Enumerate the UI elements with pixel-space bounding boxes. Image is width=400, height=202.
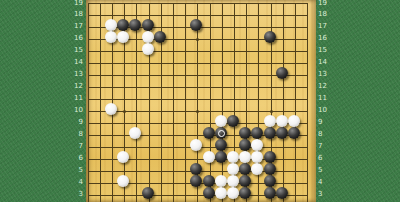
row-label-left-16: 16 <box>69 35 83 42</box>
stone-white[interactable] <box>215 175 227 187</box>
row-label-right-9: 9 <box>318 119 332 126</box>
grid-line-vertical <box>173 3 174 202</box>
stone-white[interactable] <box>105 31 117 43</box>
grid-line-vertical <box>283 3 284 202</box>
row-label-left-12: 12 <box>69 83 83 90</box>
stone-black[interactable] <box>190 19 202 31</box>
stone-black[interactable] <box>190 163 202 175</box>
star-point <box>270 110 273 113</box>
row-label-left-6: 6 <box>69 155 83 162</box>
star-point <box>196 38 199 41</box>
grid-line-horizontal <box>88 63 309 64</box>
stone-black[interactable] <box>264 127 276 139</box>
stone-black[interactable] <box>239 163 251 175</box>
stone-white[interactable] <box>142 31 154 43</box>
row-label-right-3: 3 <box>318 191 332 198</box>
stone-white[interactable] <box>215 115 227 127</box>
row-label-right-6: 6 <box>318 155 332 162</box>
row-label-right-7: 7 <box>318 143 332 150</box>
stone-black[interactable] <box>264 31 276 43</box>
grid-line-vertical <box>136 3 137 202</box>
stone-white[interactable] <box>251 163 263 175</box>
grid-line-horizontal <box>88 15 309 16</box>
star-point <box>123 110 126 113</box>
row-label-right-18: 18 <box>318 11 332 18</box>
grid-line-horizontal <box>88 3 309 4</box>
stone-white[interactable] <box>276 115 288 127</box>
row-label-left-5: 5 <box>69 167 83 174</box>
row-label-right-11: 11 <box>318 95 332 102</box>
row-label-right-16: 16 <box>318 35 332 42</box>
grid-line-vertical <box>185 3 186 202</box>
stone-white[interactable] <box>288 115 300 127</box>
row-label-left-3: 3 <box>69 191 83 198</box>
row-label-left-17: 17 <box>69 23 83 30</box>
grid-line-vertical <box>88 3 89 202</box>
row-label-left-10: 10 <box>69 107 83 114</box>
star-point <box>196 110 199 113</box>
grid-line-horizontal <box>88 87 309 88</box>
stone-white[interactable] <box>142 43 154 55</box>
stone-white[interactable] <box>190 139 202 151</box>
stone-white[interactable] <box>203 151 215 163</box>
row-label-left-14: 14 <box>69 59 83 66</box>
grid-line-horizontal <box>88 51 309 52</box>
row-label-left-13: 13 <box>69 71 83 78</box>
grid-line-horizontal <box>88 75 309 76</box>
stone-black[interactable] <box>239 127 251 139</box>
grid-line-horizontal <box>88 99 309 100</box>
stone-black[interactable] <box>264 163 276 175</box>
row-label-right-5: 5 <box>318 167 332 174</box>
stone-white[interactable] <box>215 187 227 199</box>
row-label-right-8: 8 <box>318 131 332 138</box>
stone-white[interactable] <box>251 139 263 151</box>
row-label-left-15: 15 <box>69 47 83 54</box>
row-label-right-15: 15 <box>318 47 332 54</box>
stone-black[interactable] <box>203 175 215 187</box>
row-label-left-4: 4 <box>69 179 83 186</box>
stone-black[interactable] <box>129 19 141 31</box>
stone-black[interactable] <box>203 187 215 199</box>
stone-black[interactable] <box>117 19 129 31</box>
grid-line-vertical <box>222 3 223 202</box>
row-label-right-13: 13 <box>318 71 332 78</box>
row-label-left-9: 9 <box>69 119 83 126</box>
stone-white[interactable] <box>117 151 129 163</box>
stone-white[interactable] <box>117 31 129 43</box>
stone-white[interactable] <box>227 175 239 187</box>
stone-black[interactable] <box>215 139 227 151</box>
row-label-left-18: 18 <box>69 11 83 18</box>
go-board[interactable] <box>86 0 316 202</box>
stone-black[interactable] <box>142 187 154 199</box>
stone-white[interactable] <box>227 151 239 163</box>
stone-black[interactable] <box>227 115 239 127</box>
grid-line-vertical <box>295 3 296 202</box>
stone-black[interactable] <box>251 127 263 139</box>
stone-black[interactable] <box>239 187 251 199</box>
grid-line-vertical <box>100 3 101 202</box>
row-label-right-19: 19 <box>318 0 332 7</box>
row-label-right-14: 14 <box>318 59 332 66</box>
go-game-screenshot: 191817161514131211109876543 191817161514… <box>0 0 400 202</box>
stone-black[interactable] <box>190 175 202 187</box>
stone-white[interactable] <box>117 175 129 187</box>
row-label-right-12: 12 <box>318 83 332 90</box>
stone-white[interactable] <box>227 187 239 199</box>
row-label-right-4: 4 <box>318 179 332 186</box>
stone-black[interactable] <box>239 175 251 187</box>
stone-white[interactable] <box>239 151 251 163</box>
row-label-left-19: 19 <box>69 0 83 7</box>
grid-line-vertical <box>210 3 211 202</box>
grid-line-vertical <box>307 3 308 202</box>
stone-black[interactable] <box>142 19 154 31</box>
stone-black[interactable] <box>215 127 227 139</box>
stone-black[interactable] <box>264 175 276 187</box>
stone-white[interactable] <box>251 151 263 163</box>
stone-black[interactable] <box>154 31 166 43</box>
stone-black[interactable] <box>203 127 215 139</box>
last-move-marker <box>218 130 225 137</box>
stone-black[interactable] <box>264 151 276 163</box>
row-label-left-8: 8 <box>69 131 83 138</box>
stone-black[interactable] <box>276 67 288 79</box>
stone-black[interactable] <box>215 151 227 163</box>
row-label-right-10: 10 <box>318 107 332 114</box>
row-label-left-11: 11 <box>69 95 83 102</box>
stone-white[interactable] <box>105 19 117 31</box>
stone-black[interactable] <box>276 127 288 139</box>
stone-black[interactable] <box>264 187 276 199</box>
stone-white[interactable] <box>105 103 117 115</box>
stone-white[interactable] <box>227 163 239 175</box>
stone-black[interactable] <box>288 127 300 139</box>
row-label-right-17: 17 <box>318 23 332 30</box>
stone-white[interactable] <box>129 127 141 139</box>
stone-black[interactable] <box>239 139 251 151</box>
row-label-left-7: 7 <box>69 143 83 150</box>
stone-white[interactable] <box>264 115 276 127</box>
stone-black[interactable] <box>276 187 288 199</box>
